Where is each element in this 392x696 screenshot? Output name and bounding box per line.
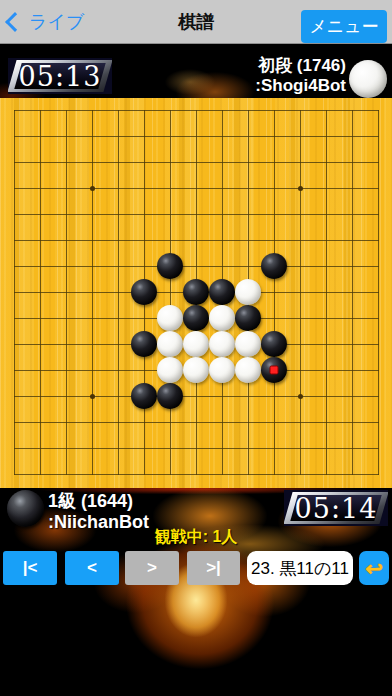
white-stone: [235, 357, 261, 383]
top-clock-time: 05:13: [8, 58, 112, 94]
undo-arrow-icon: ↩: [365, 558, 383, 579]
white-stone: [157, 357, 183, 383]
last-move-marker: [270, 366, 279, 375]
black-stone: [183, 305, 209, 331]
back-label: ライブ: [29, 10, 84, 34]
black-stone: [131, 331, 157, 357]
black-stone-icon: [7, 490, 44, 527]
back-button[interactable]: ライブ: [8, 0, 84, 44]
next-move-button[interactable]: >: [125, 551, 179, 585]
top-player-clock: 05:13: [8, 58, 112, 94]
black-stone: [261, 357, 287, 383]
white-stone: [235, 331, 261, 357]
star-point: [90, 394, 95, 399]
prev-move-button[interactable]: <: [65, 551, 119, 585]
bottom-player-clock: 05:14: [284, 490, 388, 526]
black-stone: [157, 253, 183, 279]
white-stone-icon: [349, 60, 387, 98]
star-point: [298, 186, 303, 191]
undo-button[interactable]: ↩: [359, 551, 389, 585]
last-move-button[interactable]: >|: [187, 551, 240, 585]
back-chevron-icon: [5, 12, 25, 32]
bottom-clock-time: 05:14: [284, 490, 388, 526]
white-stone: [157, 305, 183, 331]
first-move-button[interactable]: |<: [3, 551, 57, 585]
move-nav-bar: |< < > >| 23. 黒11の11 ↩: [0, 551, 392, 585]
white-stone: [157, 331, 183, 357]
black-stone: [235, 305, 261, 331]
navbar: ライブ 棋譜 メニュー: [0, 0, 392, 44]
top-player-info: 初段 (1746) :Shogi4Bot: [255, 56, 346, 96]
white-stone: [209, 357, 235, 383]
top-player-name: :Shogi4Bot: [255, 76, 346, 96]
spectator-count: 観戦中: 1人: [0, 527, 392, 548]
white-stone: [235, 279, 261, 305]
black-stone: [183, 279, 209, 305]
black-stone: [131, 279, 157, 305]
white-stone: [183, 357, 209, 383]
top-player-panel: 05:13 初段 (1746) :Shogi4Bot: [0, 44, 392, 98]
bottom-player-rank: 1級 (1644): [48, 491, 149, 512]
white-stone: [209, 305, 235, 331]
black-stone: [157, 383, 183, 409]
top-player-rank: 初段 (1746): [255, 56, 346, 76]
white-stone: [183, 331, 209, 357]
black-stone: [209, 279, 235, 305]
star-point: [298, 394, 303, 399]
bottom-panel: 1級 (1644) :NiichanBot 05:14 観戦中: 1人 |< <…: [0, 488, 392, 696]
black-stone: [261, 331, 287, 357]
move-indicator: 23. 黒11の11: [247, 551, 353, 585]
white-stone: [209, 331, 235, 357]
goban-board[interactable]: [0, 98, 392, 488]
app-screen: ライブ 棋譜 メニュー 05:13 初段 (1746) :Shogi4Bot 1…: [0, 0, 392, 696]
star-point: [90, 186, 95, 191]
black-stone: [261, 253, 287, 279]
menu-button[interactable]: メニュー: [301, 10, 387, 43]
black-stone: [131, 383, 157, 409]
